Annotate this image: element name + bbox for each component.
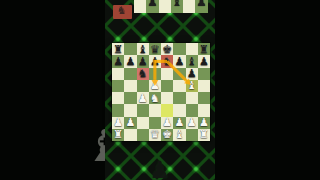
square-d7[interactable]: ♟ <box>149 55 161 67</box>
square-h7[interactable]: ♟ <box>198 55 210 67</box>
white-p-piece: ♟ <box>138 93 148 104</box>
black-b-piece: ♝ <box>138 44 148 55</box>
sliver-black-piece: ♝ <box>171 0 183 9</box>
square-a5[interactable] <box>112 80 124 92</box>
sliver-square: ♟ <box>195 0 207 13</box>
square-d1[interactable]: ♛ <box>149 129 161 141</box>
square-e2[interactable]: ♟ <box>161 117 173 129</box>
square-e4[interactable] <box>161 92 173 104</box>
left-letterbox-bar: ♝ <box>0 0 105 180</box>
black-b-piece: ♝ <box>187 56 197 67</box>
black-k-piece: ♚ <box>162 44 172 55</box>
black-p-piece: ♟ <box>113 56 123 67</box>
sliver-square <box>183 0 195 13</box>
black-r-piece: ♜ <box>199 44 209 55</box>
square-h1[interactable]: ♜ <box>198 129 210 141</box>
square-g7[interactable]: ♝ <box>186 55 198 67</box>
square-g1[interactable] <box>186 129 198 141</box>
square-a1[interactable]: ♜ <box>112 129 124 141</box>
square-f4[interactable] <box>173 92 185 104</box>
square-f2[interactable]: ♟ <box>173 117 185 129</box>
square-c1[interactable] <box>137 129 149 141</box>
black-q-piece: ♛ <box>150 44 160 55</box>
sliver-square <box>159 0 171 13</box>
white-b-piece: ♝ <box>187 80 197 91</box>
right-letterbox-bar <box>215 0 320 180</box>
square-g4[interactable] <box>186 92 198 104</box>
square-f1[interactable]: ♝ <box>173 129 185 141</box>
top-board-sliver: ♟♝♟ <box>134 0 208 13</box>
square-g5[interactable]: ♝ <box>186 80 198 92</box>
square-d6[interactable] <box>149 68 161 80</box>
black-n-piece: ♞ <box>162 56 172 67</box>
white-r-piece: ♜ <box>113 129 123 140</box>
square-g6[interactable]: ♟ <box>186 68 198 80</box>
square-e3[interactable] <box>161 104 173 116</box>
sliver-square: ♝ <box>171 0 183 13</box>
square-c5[interactable] <box>137 80 149 92</box>
square-d3[interactable] <box>149 104 161 116</box>
square-a4[interactable] <box>112 92 124 104</box>
square-a3[interactable] <box>112 104 124 116</box>
square-c2[interactable] <box>137 117 149 129</box>
square-g2[interactable]: ♟ <box>186 117 198 129</box>
square-c8[interactable]: ♝ <box>137 43 149 55</box>
square-c7[interactable]: ♟ <box>137 55 149 67</box>
square-h5[interactable] <box>198 80 210 92</box>
sliver-black-piece: ♟ <box>195 0 207 9</box>
square-b6[interactable] <box>124 68 136 80</box>
square-e5[interactable] <box>161 80 173 92</box>
white-p-piece: ♟ <box>125 117 135 128</box>
black-r-piece: ♜ <box>113 44 123 55</box>
square-d8[interactable]: ♛ <box>149 43 161 55</box>
square-b7[interactable]: ♟ <box>124 55 136 67</box>
white-p-piece: ♟ <box>199 117 209 128</box>
black-p-piece: ♟ <box>150 56 160 67</box>
black-n-piece: ♞ <box>138 68 148 79</box>
white-p-piece: ♟ <box>113 117 123 128</box>
square-a2[interactable]: ♟ <box>112 117 124 129</box>
square-b4[interactable] <box>124 92 136 104</box>
square-b3[interactable] <box>124 104 136 116</box>
black-p-piece: ♟ <box>174 56 184 67</box>
square-b5[interactable] <box>124 80 136 92</box>
square-c6[interactable]: ♞ <box>137 68 149 80</box>
video-frame: ♝ ♟♝♟ ♞ ♜♝♛♚♜♟♟♟♟♞♟♝♟♞♟♟♝♟♞♟♟♟♟♟♟♜♛♚♝♜ ♟ <box>0 0 320 180</box>
square-d4[interactable]: ♞ <box>149 92 161 104</box>
square-h3[interactable] <box>198 104 210 116</box>
square-d5[interactable]: ♟ <box>149 80 161 92</box>
white-b-piece: ♝ <box>174 129 184 140</box>
square-b1[interactable] <box>124 129 136 141</box>
square-g8[interactable] <box>186 43 198 55</box>
square-e7[interactable]: ♞ <box>161 55 173 67</box>
top-red-patch: ♞ <box>113 5 132 19</box>
red-patch-piece-icon: ♞ <box>117 5 127 18</box>
square-a8[interactable]: ♜ <box>112 43 124 55</box>
square-h2[interactable]: ♟ <box>198 117 210 129</box>
black-p-piece: ♟ <box>138 56 148 67</box>
square-c3[interactable] <box>137 104 149 116</box>
chess-board[interactable]: ♜♝♛♚♜♟♟♟♟♞♟♝♟♞♟♟♝♟♞♟♟♟♟♟♟♜♛♚♝♜ <box>112 43 210 141</box>
square-a6[interactable] <box>112 68 124 80</box>
square-e8[interactable]: ♚ <box>161 43 173 55</box>
square-h4[interactable] <box>198 92 210 104</box>
square-a7[interactable]: ♟ <box>112 55 124 67</box>
square-b2[interactable]: ♟ <box>124 117 136 129</box>
white-n-piece: ♞ <box>150 93 160 104</box>
black-p-piece: ♟ <box>199 56 209 67</box>
white-r-piece: ♜ <box>199 129 209 140</box>
black-p-piece: ♟ <box>187 68 197 79</box>
square-e1[interactable]: ♚ <box>161 129 173 141</box>
black-p-piece: ♟ <box>125 56 135 67</box>
white-p-piece: ♟ <box>150 80 160 91</box>
white-p-piece: ♟ <box>162 117 172 128</box>
sliver-square <box>134 0 146 13</box>
square-g3[interactable] <box>186 104 198 116</box>
square-e6[interactable] <box>161 68 173 80</box>
square-c4[interactable]: ♟ <box>137 92 149 104</box>
square-f7[interactable]: ♟ <box>173 55 185 67</box>
square-h8[interactable]: ♜ <box>198 43 210 55</box>
square-f8[interactable] <box>173 43 185 55</box>
bottom-pawn-silhouette-icon: ♟ <box>149 158 171 180</box>
white-k-piece: ♚ <box>162 129 172 140</box>
square-h6[interactable] <box>198 68 210 80</box>
square-d2[interactable] <box>149 117 161 129</box>
sliver-black-piece: ♟ <box>146 0 158 9</box>
sliver-square: ♟ <box>146 0 158 13</box>
white-q-piece: ♛ <box>150 129 160 140</box>
square-f6[interactable] <box>173 68 185 80</box>
square-f5[interactable] <box>173 80 185 92</box>
square-f3[interactable] <box>173 104 185 116</box>
square-b8[interactable] <box>124 43 136 55</box>
white-p-piece: ♟ <box>187 117 197 128</box>
white-p-piece: ♟ <box>174 117 184 128</box>
